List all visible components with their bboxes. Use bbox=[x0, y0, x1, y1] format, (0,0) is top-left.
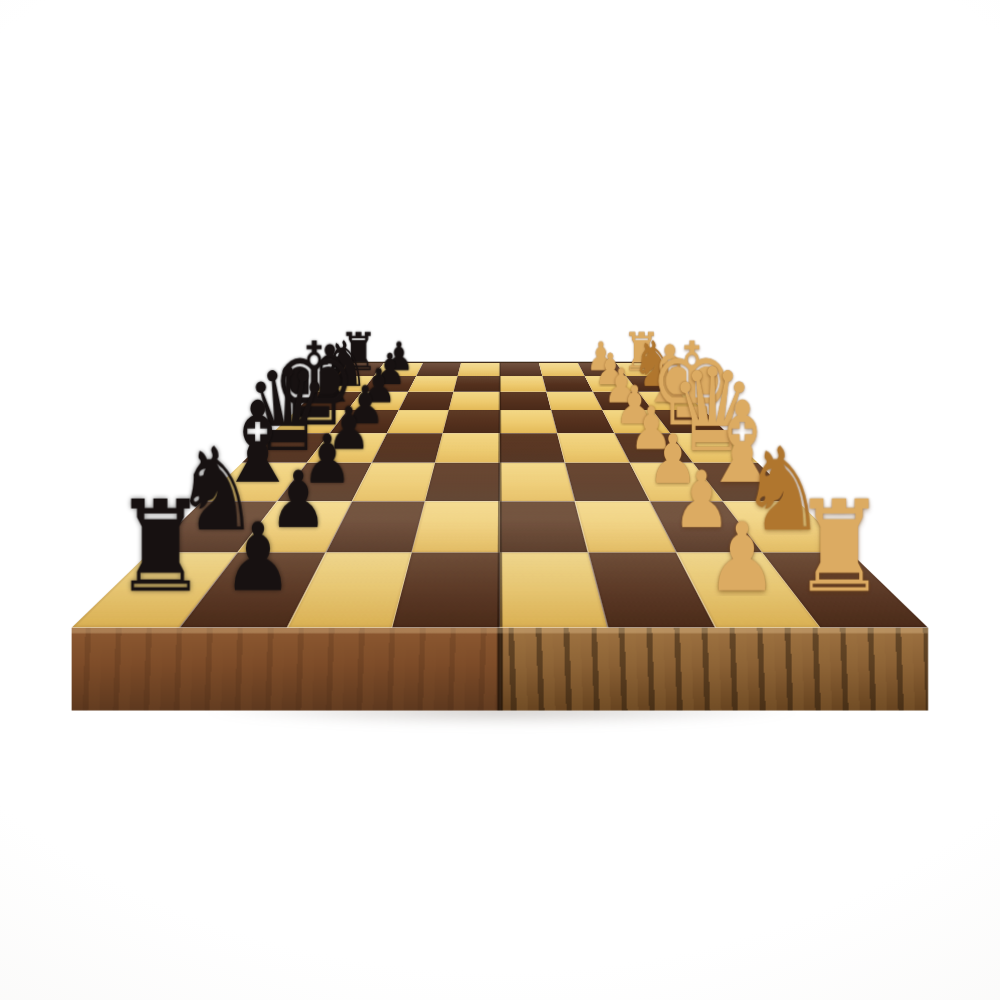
square-c5 bbox=[426, 463, 500, 501]
square-d5 bbox=[436, 433, 500, 462]
square-f4 bbox=[500, 391, 551, 410]
product-photo: ♜♟♟♜♞♟♟♞♝♟♟♝♚♟♟♚♛♟♟♛♝♟♟♝♞♟♟♞♜♟♟♜ bbox=[0, 0, 1000, 1000]
square-a5 bbox=[393, 553, 500, 628]
square-e4 bbox=[500, 410, 557, 433]
square-g4 bbox=[500, 376, 546, 391]
square-b4 bbox=[500, 501, 588, 553]
square-f5 bbox=[449, 391, 500, 410]
scene-3d: ♜♟♟♜♞♟♟♞♝♟♟♝♚♟♟♚♛♟♟♛♝♟♟♝♞♟♟♞♜♟♟♜ bbox=[0, 0, 1000, 1000]
box-front-face bbox=[72, 628, 929, 711]
box-front-seam bbox=[497, 628, 503, 711]
square-g5 bbox=[454, 376, 500, 391]
box-front-left-panel bbox=[72, 628, 500, 711]
square-c4 bbox=[500, 463, 574, 501]
square-e5 bbox=[443, 410, 500, 433]
chess-board: ♜♟♟♜♞♟♟♞♝♟♟♝♚♟♟♚♛♟♟♛♝♟♟♝♞♟♟♞♜♟♟♜ bbox=[72, 363, 929, 628]
square-d4 bbox=[500, 433, 564, 462]
box-front-top-edge bbox=[72, 628, 929, 634]
square-h5 bbox=[458, 363, 500, 376]
square-h4 bbox=[500, 363, 542, 376]
box-front-right-panel bbox=[500, 628, 928, 711]
square-b5 bbox=[412, 501, 500, 553]
